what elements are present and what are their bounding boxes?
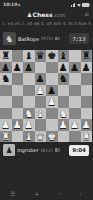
square-e5[interactable]: ♟	[46, 85, 58, 97]
square-g1[interactable]	[69, 131, 81, 143]
white-pawn: ♟	[24, 119, 33, 131]
white-rook: ♜	[82, 131, 91, 143]
menu-icon[interactable]: ☰	[10, 188, 15, 200]
square-d3[interactable]: ♝	[35, 108, 47, 120]
square-c2[interactable]: ♟	[23, 119, 35, 131]
square-g6[interactable]	[69, 73, 81, 85]
square-a3[interactable]	[0, 108, 12, 120]
square-b3[interactable]	[12, 108, 24, 120]
square-h4[interactable]	[81, 96, 93, 108]
status-time: 10:19	[3, 2, 17, 7]
black-pawn: ♟	[82, 62, 91, 74]
square-b6[interactable]	[12, 73, 24, 85]
square-a6[interactable]: ♞	[0, 73, 12, 85]
square-e2[interactable]	[46, 119, 58, 131]
square-f3[interactable]: ♞	[58, 108, 70, 120]
square-a8[interactable]: ♜	[0, 50, 12, 62]
square-f1[interactable]	[58, 131, 70, 143]
square-b2[interactable]: ♟	[12, 119, 24, 131]
white-knight: ♞	[24, 108, 33, 120]
black-rook: ♜	[82, 50, 91, 62]
square-d8[interactable]: ♛	[35, 50, 47, 62]
square-f6[interactable]: ♞	[58, 73, 70, 85]
white-knight: ♞	[59, 108, 68, 120]
white-rook: ♜	[1, 131, 10, 143]
opponent-clock: 7:13	[69, 33, 89, 44]
logo-text: Chess	[33, 11, 53, 18]
white-bishop: ♝	[36, 108, 45, 120]
own-name: mgruber	[17, 147, 39, 153]
logo-text-suffix: .com	[53, 12, 65, 18]
square-b1[interactable]	[12, 131, 24, 143]
chess-board[interactable]: ♜♝♛♚♝♜♟♟♟♟♟♟♞♟♞♟♟♟♞♝♞♟♟♟♟♟♟♜♝♛♚♜	[0, 50, 92, 142]
square-e1[interactable]: ♚	[46, 131, 58, 143]
square-f4[interactable]	[58, 96, 70, 108]
opponent-rating: (975)	[41, 36, 53, 41]
square-f5[interactable]	[58, 85, 70, 97]
square-f2[interactable]: ♟	[58, 119, 70, 131]
square-d4[interactable]	[35, 96, 47, 108]
back-arrow-icon[interactable]: ‹	[58, 188, 60, 200]
opponent-flag-icon	[55, 37, 60, 41]
app-header: ♟ Chess .com ⇄	[0, 9, 92, 19]
black-rook: ♜	[1, 50, 10, 62]
square-g5[interactable]	[69, 85, 81, 97]
square-c3[interactable]: ♞	[23, 108, 35, 120]
square-d1[interactable]: ♛	[35, 131, 47, 143]
square-f7[interactable]: ♟	[58, 62, 70, 74]
own-avatar[interactable]: ♟	[3, 144, 15, 156]
forward-arrow-icon[interactable]: ›	[80, 188, 82, 200]
square-b4[interactable]	[12, 96, 24, 108]
white-pawn: ♟	[13, 119, 22, 131]
own-rating: (812)	[41, 148, 53, 153]
square-b5[interactable]	[12, 85, 24, 97]
square-e4[interactable]: ♟	[46, 96, 58, 108]
own-player-row[interactable]: ♟ mgruber (812) 9:04	[0, 142, 92, 158]
black-pawn: ♟	[1, 62, 10, 74]
white-queen: ♛	[36, 131, 45, 143]
square-g7[interactable]: ♟	[69, 62, 81, 74]
square-a2[interactable]: ♟	[0, 119, 12, 131]
square-e3[interactable]	[46, 108, 58, 120]
opponent-avatar[interactable]: ♞	[3, 32, 16, 45]
black-pawn: ♟	[47, 85, 56, 97]
plus-icon[interactable]: +	[34, 188, 39, 200]
own-clock: 9:04	[69, 145, 89, 156]
square-e6[interactable]	[46, 73, 58, 85]
black-pawn: ♟	[36, 73, 45, 85]
square-f8[interactable]: ♝	[58, 50, 70, 62]
black-queen: ♛	[36, 50, 45, 62]
square-d2[interactable]	[35, 119, 47, 131]
game-controls-bar: ☰ + ‹ ›	[0, 188, 92, 200]
white-pawn: ♟	[82, 119, 91, 131]
logo-pawn-icon: ♟	[27, 11, 32, 18]
square-g8[interactable]	[69, 50, 81, 62]
square-b7[interactable]: ♟	[12, 62, 24, 74]
square-a5[interactable]	[0, 85, 12, 97]
black-pawn: ♟	[59, 62, 68, 74]
square-e8[interactable]: ♚	[46, 50, 58, 62]
square-g2[interactable]: ♟	[69, 119, 81, 131]
square-h5[interactable]	[81, 85, 93, 97]
white-pawn: ♟	[1, 119, 10, 131]
square-c8[interactable]: ♝	[23, 50, 35, 62]
white-pawn: ♟	[36, 85, 45, 97]
signal-icon	[71, 3, 75, 7]
location-icon: ▶	[18, 3, 21, 7]
black-knight: ♞	[1, 73, 10, 85]
opponent-player-row[interactable]: ♞ BatRope (975) 7:13	[0, 27, 92, 50]
black-bishop: ♝	[24, 50, 33, 62]
white-pawn: ♟	[70, 119, 79, 131]
black-knight: ♞	[59, 73, 68, 85]
flip-board-icon[interactable]: ⇄	[85, 11, 89, 17]
square-d6[interactable]: ♟	[35, 73, 47, 85]
square-c1[interactable]: ♝	[23, 131, 35, 143]
square-c7[interactable]: ♟	[23, 62, 35, 74]
square-h1[interactable]: ♜	[81, 131, 93, 143]
black-pawn: ♟	[24, 62, 33, 74]
white-pawn: ♟	[47, 96, 56, 108]
opponent-name: BatRope	[18, 36, 39, 42]
white-pawn: ♟	[59, 119, 68, 131]
square-g3[interactable]	[69, 108, 81, 120]
square-a7[interactable]: ♟	[0, 62, 12, 74]
black-pawn: ♟	[70, 62, 79, 74]
chesscom-logo: ♟ Chess .com	[27, 11, 66, 18]
square-a4[interactable]	[0, 96, 12, 108]
content-spacer	[0, 158, 92, 188]
square-h7[interactable]: ♟	[81, 62, 93, 74]
square-g4[interactable]	[69, 96, 81, 108]
white-king: ♚	[47, 131, 56, 143]
chess-app-screen: 10:19 ▶ ♟ Chess .com ⇄ 1. e4 e5 2. d4 d6…	[0, 0, 92, 200]
square-c6[interactable]	[23, 73, 35, 85]
square-h2[interactable]: ♟	[81, 119, 93, 131]
square-e7[interactable]	[46, 62, 58, 74]
square-c4[interactable]	[23, 96, 35, 108]
status-bar: 10:19 ▶	[0, 0, 92, 9]
square-c5[interactable]	[23, 85, 35, 97]
square-a1[interactable]: ♜	[0, 131, 12, 143]
white-bishop: ♝	[24, 131, 33, 143]
battery-icon	[82, 3, 89, 7]
square-h3[interactable]	[81, 108, 93, 120]
square-d7[interactable]	[35, 62, 47, 74]
move-list[interactable]: 1. e4 e5 2. d4 d6 3. d5 Nf6 4. Nc3 Na6 5…	[0, 19, 92, 27]
black-king: ♚	[47, 50, 56, 62]
black-pawn: ♟	[13, 62, 22, 74]
square-b8[interactable]	[12, 50, 24, 62]
own-flag-icon	[55, 148, 60, 152]
black-bishop: ♝	[59, 50, 68, 62]
square-d5[interactable]: ♟	[35, 85, 47, 97]
square-h6[interactable]	[81, 73, 93, 85]
wifi-icon	[77, 4, 81, 7]
square-h8[interactable]: ♜	[81, 50, 93, 62]
